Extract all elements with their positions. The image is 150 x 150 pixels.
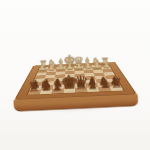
board-tilt-wrapper: ♜♞♝♚♛♝♞♜♟♟♟♟♟♟♟♟♟♟♟♟♟♟♟♟♜♞♝♚♛♝♞♜: [0, 0, 150, 150]
white-pawn: ♟: [102, 60, 110, 69]
black-queen: ♛: [73, 74, 89, 92]
board-squares: ♜♞♝♚♛♝♞♜♟♟♟♟♟♟♟♟♟♟♟♟♟♟♟♟♜♞♝♚♛♝♞♜: [28, 64, 124, 94]
white-pawn: ♟: [93, 61, 101, 70]
white-pawn: ♟: [38, 63, 46, 72]
white-pawn: ♟: [47, 63, 55, 72]
black-rook: ♜: [110, 76, 122, 90]
chess-board: ♜♞♝♚♛♝♞♜♟♟♟♟♟♟♟♟♟♟♟♟♟♟♟♟♜♞♝♚♛♝♞♜: [14, 62, 137, 100]
black-knight: ♞: [98, 76, 111, 91]
perspective-layer: ♜♞♝♚♛♝♞♜♟♟♟♟♟♟♟♟♟♟♟♟♟♟♟♟♜♞♝♚♛♝♞♜: [0, 0, 150, 150]
square-d8[interactable]: ♛: [75, 88, 87, 93]
square-b8[interactable]: ♞: [98, 87, 111, 92]
white-pawn: ♟: [75, 61, 83, 70]
board-front-edge: [13, 94, 138, 112]
square-a8[interactable]: ♜: [109, 86, 123, 91]
chess-set-photo: ♜♞♝♚♛♝♞♜♟♟♟♟♟♟♟♟♟♟♟♟♟♟♟♟♜♞♝♚♛♝♞♜: [0, 0, 150, 150]
white-pawn: ♟: [84, 61, 92, 70]
